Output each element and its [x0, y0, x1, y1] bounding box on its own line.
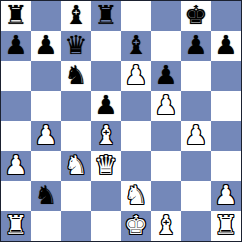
piece-black-pawn: ♟ — [91, 91, 121, 121]
square-b6[interactable] — [31, 61, 61, 91]
square-e1[interactable]: ♚ — [121, 211, 151, 241]
piece-black-pawn: ♟ — [151, 61, 181, 91]
square-h3[interactable] — [211, 151, 241, 181]
square-h2[interactable]: ♟ — [211, 181, 241, 211]
square-e7[interactable]: ♝ — [121, 31, 151, 61]
square-b3[interactable] — [31, 151, 61, 181]
piece-black-rook: ♜ — [1, 1, 31, 31]
square-g7[interactable]: ♟ — [181, 31, 211, 61]
square-h5[interactable] — [211, 91, 241, 121]
piece-black-king: ♚ — [181, 1, 211, 31]
piece-black-rook: ♜ — [91, 1, 121, 31]
piece-white-king: ♚ — [121, 211, 151, 241]
square-a1[interactable]: ♜ — [1, 211, 31, 241]
piece-white-pawn: ♟ — [211, 181, 241, 211]
square-b7[interactable]: ♟ — [31, 31, 61, 61]
square-d8[interactable]: ♜ — [91, 1, 121, 31]
piece-white-pawn: ♟ — [1, 151, 31, 181]
square-a8[interactable]: ♜ — [1, 1, 31, 31]
square-d2[interactable] — [91, 181, 121, 211]
square-c2[interactable] — [61, 181, 91, 211]
square-h7[interactable]: ♟ — [211, 31, 241, 61]
square-e6[interactable]: ♟ — [121, 61, 151, 91]
square-b8[interactable] — [31, 1, 61, 31]
square-c8[interactable]: ♝ — [61, 1, 91, 31]
piece-black-pawn: ♟ — [211, 31, 241, 61]
square-a4[interactable] — [1, 121, 31, 151]
piece-white-rook: ♜ — [1, 211, 31, 241]
piece-white-knight: ♞ — [61, 151, 91, 181]
square-e8[interactable] — [121, 1, 151, 31]
square-g5[interactable] — [181, 91, 211, 121]
piece-white-pawn: ♟ — [181, 121, 211, 151]
square-f1[interactable]: ♝ — [151, 211, 181, 241]
square-f4[interactable] — [151, 121, 181, 151]
square-g2[interactable] — [181, 181, 211, 211]
square-g3[interactable] — [181, 151, 211, 181]
square-a6[interactable] — [1, 61, 31, 91]
piece-white-pawn: ♟ — [121, 61, 151, 91]
square-e3[interactable] — [121, 151, 151, 181]
square-f8[interactable] — [151, 1, 181, 31]
piece-black-pawn: ♟ — [181, 31, 211, 61]
square-b1[interactable] — [31, 211, 61, 241]
square-d1[interactable] — [91, 211, 121, 241]
square-g1[interactable] — [181, 211, 211, 241]
square-d5[interactable]: ♟ — [91, 91, 121, 121]
piece-black-pawn: ♟ — [1, 31, 31, 61]
square-f5[interactable]: ♟ — [151, 91, 181, 121]
square-d4[interactable]: ♝ — [91, 121, 121, 151]
piece-white-pawn: ♟ — [31, 121, 61, 151]
square-f3[interactable] — [151, 151, 181, 181]
piece-black-bishop: ♝ — [121, 31, 151, 61]
square-a5[interactable] — [1, 91, 31, 121]
square-h6[interactable] — [211, 61, 241, 91]
square-c7[interactable]: ♛ — [61, 31, 91, 61]
square-h4[interactable] — [211, 121, 241, 151]
piece-black-queen: ♛ — [61, 31, 91, 61]
square-c6[interactable]: ♞ — [61, 61, 91, 91]
piece-black-bishop: ♝ — [61, 1, 91, 31]
square-b2[interactable]: ♞ — [31, 181, 61, 211]
square-e2[interactable]: ♞ — [121, 181, 151, 211]
chess-board: ♜♝♜♚♟♟♛♝♟♟♞♟♟♟♟♟♝♟♟♞♛♞♞♟♜♚♝♜ — [1, 1, 241, 241]
chess-board-frame: ♜♝♜♚♟♟♛♝♟♟♞♟♟♟♟♟♝♟♟♞♛♞♞♟♜♚♝♜ — [0, 0, 242, 242]
piece-white-queen: ♛ — [91, 151, 121, 181]
square-d3[interactable]: ♛ — [91, 151, 121, 181]
square-g6[interactable] — [181, 61, 211, 91]
square-c1[interactable] — [61, 211, 91, 241]
square-c5[interactable] — [61, 91, 91, 121]
square-e4[interactable] — [121, 121, 151, 151]
square-a2[interactable] — [1, 181, 31, 211]
square-e5[interactable] — [121, 91, 151, 121]
square-a7[interactable]: ♟ — [1, 31, 31, 61]
square-d7[interactable] — [91, 31, 121, 61]
square-b5[interactable] — [31, 91, 61, 121]
piece-white-bishop: ♝ — [91, 121, 121, 151]
square-b4[interactable]: ♟ — [31, 121, 61, 151]
square-a3[interactable]: ♟ — [1, 151, 31, 181]
square-d6[interactable] — [91, 61, 121, 91]
piece-white-rook: ♜ — [211, 211, 241, 241]
piece-white-bishop: ♝ — [151, 211, 181, 241]
piece-black-knight: ♞ — [61, 61, 91, 91]
square-g8[interactable]: ♚ — [181, 1, 211, 31]
square-h8[interactable] — [211, 1, 241, 31]
piece-black-knight: ♞ — [31, 181, 61, 211]
square-h1[interactable]: ♜ — [211, 211, 241, 241]
square-f6[interactable]: ♟ — [151, 61, 181, 91]
square-c4[interactable] — [61, 121, 91, 151]
piece-white-pawn: ♟ — [151, 91, 181, 121]
square-g4[interactable]: ♟ — [181, 121, 211, 151]
piece-black-pawn: ♟ — [31, 31, 61, 61]
square-c3[interactable]: ♞ — [61, 151, 91, 181]
piece-white-knight: ♞ — [121, 181, 151, 211]
square-f7[interactable] — [151, 31, 181, 61]
square-f2[interactable] — [151, 181, 181, 211]
